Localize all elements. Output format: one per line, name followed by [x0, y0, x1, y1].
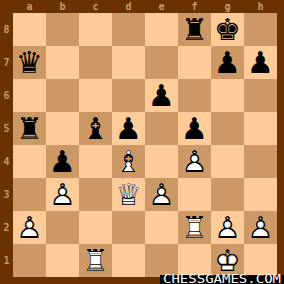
square-a2: ♟♙	[13, 211, 46, 244]
square-e7	[145, 46, 178, 79]
file-label-g: g	[211, 0, 244, 13]
square-e4	[145, 145, 178, 178]
square-c1: ♜♖	[79, 244, 112, 277]
file-labels: a b c d e f g h	[13, 0, 277, 13]
black-pawn-piece: ♟	[244, 46, 277, 79]
square-d3: ♛♕	[112, 178, 145, 211]
square-h5	[244, 112, 277, 145]
black-pawn-piece: ♟	[46, 145, 79, 178]
square-a1	[13, 244, 46, 277]
square-g6	[211, 79, 244, 112]
file-label-e: e	[145, 0, 178, 13]
rank-label-7: 7	[0, 46, 13, 79]
white-pawn-piece: ♙	[244, 211, 277, 244]
square-g7: ♟	[211, 46, 244, 79]
white-rook-fill: ♜	[178, 211, 211, 244]
black-pawn-piece: ♟	[211, 46, 244, 79]
square-e2	[145, 211, 178, 244]
chessgames-watermark: CHESSGAMES.COM	[160, 275, 284, 284]
square-b8	[46, 13, 79, 46]
square-f7	[178, 46, 211, 79]
square-g4	[211, 145, 244, 178]
rank-label-5: 5	[0, 112, 13, 145]
chess-board: ♜♚♛♟♟♟♜♝♟♟♟♝♗♟♙♟♙♛♕♟♙♟♙♜♖♟♙♟♙♜♖♚♔	[13, 13, 277, 277]
black-pawn-piece: ♟	[112, 112, 145, 145]
chess-board-frame: a b c d e f g h 8 7 6 5 4 3 2 1 ♜♚♛♟♟♟♜♝…	[0, 0, 284, 284]
black-bishop-piece: ♝	[79, 112, 112, 145]
square-g8: ♚	[211, 13, 244, 46]
square-f8: ♜	[178, 13, 211, 46]
black-rook-piece: ♜	[13, 112, 46, 145]
square-f4: ♟♙	[178, 145, 211, 178]
white-pawn-piece: ♙	[13, 211, 46, 244]
square-b3: ♟♙	[46, 178, 79, 211]
white-queen-fill: ♛	[112, 178, 145, 211]
square-c8	[79, 13, 112, 46]
square-b5	[46, 112, 79, 145]
square-e6: ♟	[145, 79, 178, 112]
square-b2	[46, 211, 79, 244]
white-pawn-fill: ♟	[178, 145, 211, 178]
white-pawn-fill: ♟	[244, 211, 277, 244]
square-d6	[112, 79, 145, 112]
square-b4: ♟	[46, 145, 79, 178]
square-d1	[112, 244, 145, 277]
square-c2	[79, 211, 112, 244]
rank-label-4: 4	[0, 145, 13, 178]
square-f3	[178, 178, 211, 211]
white-pawn-fill: ♟	[211, 211, 244, 244]
square-b6	[46, 79, 79, 112]
square-d4: ♝♗	[112, 145, 145, 178]
black-king-piece: ♚	[211, 13, 244, 46]
white-pawn-piece: ♙	[178, 145, 211, 178]
square-f5: ♟	[178, 112, 211, 145]
rank-label-6: 6	[0, 79, 13, 112]
square-c5: ♝	[79, 112, 112, 145]
square-c4	[79, 145, 112, 178]
square-g5	[211, 112, 244, 145]
square-d2	[112, 211, 145, 244]
black-pawn-piece: ♟	[178, 112, 211, 145]
white-rook-fill: ♜	[79, 244, 112, 277]
white-pawn-fill: ♟	[145, 178, 178, 211]
white-bishop-piece: ♗	[112, 145, 145, 178]
square-g3	[211, 178, 244, 211]
square-h8	[244, 13, 277, 46]
square-d8	[112, 13, 145, 46]
file-label-h: h	[244, 0, 277, 13]
file-label-f: f	[178, 0, 211, 13]
square-h3	[244, 178, 277, 211]
white-rook-piece: ♖	[178, 211, 211, 244]
square-f2: ♜♖	[178, 211, 211, 244]
white-queen-piece: ♕	[112, 178, 145, 211]
square-h2: ♟♙	[244, 211, 277, 244]
rank-label-2: 2	[0, 211, 13, 244]
file-label-c: c	[79, 0, 112, 13]
square-d7	[112, 46, 145, 79]
rank-label-1: 1	[0, 244, 13, 277]
white-bishop-fill: ♝	[112, 145, 145, 178]
rank-labels: 8 7 6 5 4 3 2 1	[0, 13, 13, 277]
white-rook-piece: ♖	[79, 244, 112, 277]
square-d5: ♟	[112, 112, 145, 145]
square-a3	[13, 178, 46, 211]
square-h6	[244, 79, 277, 112]
square-e8	[145, 13, 178, 46]
square-b1	[46, 244, 79, 277]
square-f6	[178, 79, 211, 112]
black-rook-piece: ♜	[178, 13, 211, 46]
file-label-b: b	[46, 0, 79, 13]
square-e3: ♟♙	[145, 178, 178, 211]
rank-label-8: 8	[0, 13, 13, 46]
black-queen-piece: ♛	[13, 46, 46, 79]
square-h7: ♟	[244, 46, 277, 79]
file-label-d: d	[112, 0, 145, 13]
square-a5: ♜	[13, 112, 46, 145]
square-a6	[13, 79, 46, 112]
white-pawn-piece: ♙	[211, 211, 244, 244]
square-b7	[46, 46, 79, 79]
square-g2: ♟♙	[211, 211, 244, 244]
white-pawn-fill: ♟	[13, 211, 46, 244]
square-a7: ♛	[13, 46, 46, 79]
rank-label-3: 3	[0, 178, 13, 211]
black-pawn-piece: ♟	[145, 79, 178, 112]
square-a8	[13, 13, 46, 46]
white-pawn-piece: ♙	[46, 178, 79, 211]
square-h4	[244, 145, 277, 178]
square-c6	[79, 79, 112, 112]
square-c7	[79, 46, 112, 79]
square-a4	[13, 145, 46, 178]
file-label-a: a	[13, 0, 46, 13]
white-pawn-piece: ♙	[145, 178, 178, 211]
square-c3	[79, 178, 112, 211]
white-pawn-fill: ♟	[46, 178, 79, 211]
square-e5	[145, 112, 178, 145]
